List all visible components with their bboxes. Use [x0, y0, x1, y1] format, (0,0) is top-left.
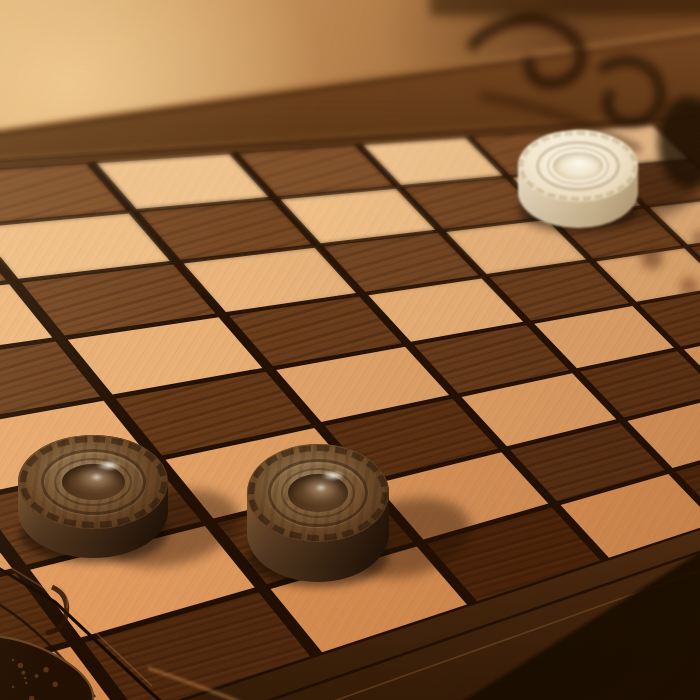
- checker-white-g7[interactable]: [518, 130, 638, 228]
- checker-dark-b3[interactable]: [18, 435, 168, 558]
- checker-dark-c2[interactable]: [247, 444, 389, 582]
- checker-dish: [553, 152, 603, 179]
- scene: [0, 0, 700, 700]
- checker-top-face: [18, 435, 168, 529]
- checker-top-face: [247, 444, 389, 542]
- pieces-layer: [0, 0, 700, 700]
- checker-top-face: [518, 130, 638, 202]
- specular-highlight: [96, 460, 122, 470]
